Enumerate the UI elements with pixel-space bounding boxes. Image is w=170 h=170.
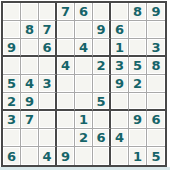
cell-r7c2[interactable]: 7 — [21, 111, 39, 129]
cell-r8c6[interactable]: 6 — [93, 129, 111, 147]
cell-r9c3[interactable]: 4 — [39, 147, 57, 165]
cell-r1c4[interactable]: 7 — [57, 3, 75, 21]
cell-r2c5[interactable] — [75, 21, 93, 39]
cell-r1c2[interactable] — [21, 3, 39, 21]
cell-r7c4[interactable] — [57, 111, 75, 129]
cell-r4c2[interactable] — [21, 57, 39, 75]
cell-r3c7[interactable]: 1 — [111, 39, 129, 57]
cell-r2c1[interactable] — [3, 21, 21, 39]
cell-r3c4[interactable] — [57, 39, 75, 57]
cell-r8c1[interactable] — [3, 129, 21, 147]
cell-r2c7[interactable]: 6 — [111, 21, 129, 39]
cell-r7c7[interactable] — [111, 111, 129, 129]
cell-r8c2[interactable] — [21, 129, 39, 147]
cell-r3c3[interactable]: 6 — [39, 39, 57, 57]
cell-r6c2[interactable]: 9 — [21, 93, 39, 111]
cell-r5c5[interactable] — [75, 75, 93, 93]
cell-r4c7[interactable]: 3 — [111, 57, 129, 75]
cell-r1c8[interactable]: 8 — [129, 3, 147, 21]
cell-r9c8[interactable]: 1 — [129, 147, 147, 165]
cell-r3c2[interactable] — [21, 39, 39, 57]
cell-r6c8[interactable] — [129, 93, 147, 111]
cell-r5c6[interactable] — [93, 75, 111, 93]
cell-r9c2[interactable] — [21, 147, 39, 165]
cell-r3c1[interactable]: 9 — [3, 39, 21, 57]
cell-r4c8[interactable]: 5 — [129, 57, 147, 75]
cell-r4c1[interactable] — [3, 57, 21, 75]
cell-r7c1[interactable]: 3 — [3, 111, 21, 129]
page-background-strip — [0, 167, 170, 170]
cell-r7c9[interactable]: 6 — [147, 111, 165, 129]
cell-r1c6[interactable] — [93, 3, 111, 21]
cell-r8c5[interactable]: 2 — [75, 129, 93, 147]
cell-r8c4[interactable] — [57, 129, 75, 147]
cell-r2c6[interactable]: 9 — [93, 21, 111, 39]
cell-r5c1[interactable]: 5 — [3, 75, 21, 93]
cell-r9c7[interactable] — [111, 147, 129, 165]
cell-r4c6[interactable]: 2 — [93, 57, 111, 75]
cell-r7c5[interactable]: 1 — [75, 111, 93, 129]
cell-r6c3[interactable] — [39, 93, 57, 111]
cell-r9c9[interactable]: 5 — [147, 147, 165, 165]
cell-r9c6[interactable] — [93, 147, 111, 165]
cell-r2c8[interactable] — [129, 21, 147, 39]
cell-r4c4[interactable]: 4 — [57, 57, 75, 75]
cell-r6c5[interactable] — [75, 93, 93, 111]
cell-r9c1[interactable]: 6 — [3, 147, 21, 165]
cell-r1c3[interactable] — [39, 3, 57, 21]
cell-r5c2[interactable]: 4 — [21, 75, 39, 93]
cell-r5c4[interactable] — [57, 75, 75, 93]
cell-r7c3[interactable] — [39, 111, 57, 129]
cell-r6c1[interactable]: 2 — [3, 93, 21, 111]
cell-r5c7[interactable]: 9 — [111, 75, 129, 93]
cell-r6c4[interactable] — [57, 93, 75, 111]
cell-r8c3[interactable] — [39, 129, 57, 147]
cell-r9c5[interactable] — [75, 147, 93, 165]
cell-r2c4[interactable] — [57, 21, 75, 39]
cell-r7c6[interactable] — [93, 111, 111, 129]
cell-r5c9[interactable] — [147, 75, 165, 93]
cell-r6c7[interactable] — [111, 93, 129, 111]
cell-r4c5[interactable] — [75, 57, 93, 75]
cell-r3c5[interactable]: 4 — [75, 39, 93, 57]
cell-r1c1[interactable] — [3, 3, 21, 21]
cell-r9c4[interactable]: 9 — [57, 147, 75, 165]
cell-r8c9[interactable] — [147, 129, 165, 147]
cell-r6c6[interactable]: 5 — [93, 93, 111, 111]
cell-r3c9[interactable]: 3 — [147, 39, 165, 57]
cell-r6c9[interactable] — [147, 93, 165, 111]
cell-r4c9[interactable]: 8 — [147, 57, 165, 75]
cell-r3c8[interactable] — [129, 39, 147, 57]
cell-r1c5[interactable]: 6 — [75, 3, 93, 21]
cell-r4c3[interactable] — [39, 57, 57, 75]
cell-r3c6[interactable] — [93, 39, 111, 57]
cell-r8c8[interactable] — [129, 129, 147, 147]
cell-r8c7[interactable]: 4 — [111, 129, 129, 147]
sudoku-board: 768987969641342358543922953719626464915 — [1, 1, 167, 167]
cell-r5c3[interactable]: 3 — [39, 75, 57, 93]
cell-r1c9[interactable]: 9 — [147, 3, 165, 21]
cell-r1c7[interactable] — [111, 3, 129, 21]
cell-r5c8[interactable]: 2 — [129, 75, 147, 93]
cell-r2c2[interactable]: 8 — [21, 21, 39, 39]
cell-r2c3[interactable]: 7 — [39, 21, 57, 39]
cell-r7c8[interactable]: 9 — [129, 111, 147, 129]
cell-r2c9[interactable] — [147, 21, 165, 39]
